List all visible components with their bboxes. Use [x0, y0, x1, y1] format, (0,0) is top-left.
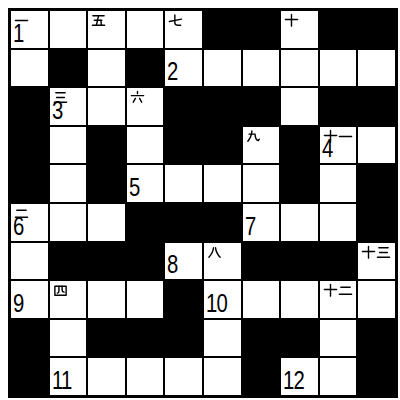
- block-cell-r4-c9: [358, 165, 395, 202]
- block-cell-r5-c3: [127, 204, 164, 241]
- letter-cell-r5-c8[interactable]: [320, 204, 357, 241]
- letter-cell-r7-c5[interactable]: 10: [204, 281, 241, 318]
- crossword-page: 123456789101112: [0, 0, 400, 400]
- letter-cell-r9-c7[interactable]: 12: [281, 358, 318, 395]
- letter-cell-r9-c8[interactable]: [320, 358, 357, 395]
- down-clue-kanji-marker: [168, 13, 183, 28]
- letter-cell-r1-c2[interactable]: [88, 50, 125, 87]
- block-cell-r8-c3: [127, 320, 164, 357]
- block-cell-r4-c7: [281, 165, 318, 202]
- letter-cell-r5-c1[interactable]: [50, 204, 87, 241]
- letter-cell-r7-c6[interactable]: [243, 281, 280, 318]
- block-cell-r3-c7: [281, 127, 318, 164]
- letter-cell-r5-c0[interactable]: 6: [11, 204, 48, 241]
- letter-cell-r4-c3[interactable]: 5: [127, 165, 164, 202]
- block-cell-r9-c0: [11, 358, 48, 395]
- letter-cell-r2-c3[interactable]: [127, 88, 164, 125]
- letter-cell-r4-c4[interactable]: [165, 165, 202, 202]
- letter-cell-r3-c1[interactable]: [50, 127, 87, 164]
- across-clue-number: 5: [129, 174, 140, 200]
- across-clue-number: 11: [52, 367, 72, 393]
- letter-cell-r5-c6[interactable]: 7: [243, 204, 280, 241]
- letter-cell-r1-c5[interactable]: [204, 50, 241, 87]
- letter-cell-r0-c3[interactable]: [127, 11, 164, 48]
- block-cell-r6-c7: [281, 243, 318, 280]
- letter-cell-r2-c1[interactable]: 3: [50, 88, 87, 125]
- letter-cell-r6-c5[interactable]: [204, 243, 241, 280]
- across-clue-number: 2: [167, 58, 178, 84]
- letter-cell-r4-c6[interactable]: [243, 165, 280, 202]
- letter-cell-r7-c3[interactable]: [127, 281, 164, 318]
- block-cell-r6-c8: [320, 243, 357, 280]
- block-cell-r3-c2: [88, 127, 125, 164]
- block-cell-r2-c5: [204, 88, 241, 125]
- block-cell-r5-c9: [358, 204, 395, 241]
- block-cell-r9-c6: [243, 358, 280, 395]
- letter-cell-r7-c0[interactable]: 9: [11, 281, 48, 318]
- block-cell-r6-c3: [127, 243, 164, 280]
- across-clue-number: 12: [283, 367, 304, 393]
- letter-cell-r7-c1[interactable]: [50, 281, 87, 318]
- block-cell-r1-c3: [127, 50, 164, 87]
- block-cell-r2-c4: [165, 88, 202, 125]
- letter-cell-r6-c9[interactable]: [358, 243, 395, 280]
- letter-cell-r1-c7[interactable]: [281, 50, 318, 87]
- block-cell-r3-c5: [204, 127, 241, 164]
- block-cell-r6-c6: [243, 243, 280, 280]
- letter-cell-r7-c7[interactable]: [281, 281, 318, 318]
- letter-cell-r4-c5[interactable]: [204, 165, 241, 202]
- across-clue-number: 3: [52, 97, 63, 123]
- block-cell-r8-c7: [281, 320, 318, 357]
- letter-cell-r5-c7[interactable]: [281, 204, 318, 241]
- across-clue-number: 4: [322, 135, 333, 161]
- letter-cell-r1-c8[interactable]: [320, 50, 357, 87]
- letter-cell-r7-c8[interactable]: [320, 281, 357, 318]
- letter-cell-r1-c4[interactable]: 2: [165, 50, 202, 87]
- block-cell-r8-c2: [88, 320, 125, 357]
- block-cell-r2-c0: [11, 88, 48, 125]
- block-cell-r0-c6: [243, 11, 280, 48]
- block-cell-r4-c2: [88, 165, 125, 202]
- block-cell-r6-c2: [88, 243, 125, 280]
- letter-cell-r3-c3[interactable]: [127, 127, 164, 164]
- letter-cell-r6-c4[interactable]: 8: [165, 243, 202, 280]
- letter-cell-r5-c2[interactable]: [88, 204, 125, 241]
- down-clue-kanji-marker: [130, 90, 145, 105]
- letter-cell-r9-c5[interactable]: [204, 358, 241, 395]
- letter-cell-r4-c8[interactable]: [320, 165, 357, 202]
- letter-cell-r3-c8[interactable]: 4: [320, 127, 357, 164]
- block-cell-r8-c0: [11, 320, 48, 357]
- across-clue-number: 1: [13, 20, 24, 46]
- block-cell-r6-c1: [50, 243, 87, 280]
- crossword-grid: 123456789101112: [8, 8, 398, 398]
- letter-cell-r0-c4[interactable]: [165, 11, 202, 48]
- down-clue-kanji-marker: [284, 13, 299, 28]
- block-cell-r1-c1: [50, 50, 87, 87]
- block-cell-r0-c8: [320, 11, 357, 48]
- letter-cell-r9-c1[interactable]: 11: [50, 358, 87, 395]
- block-cell-r4-c0: [11, 165, 48, 202]
- down-clue-kanji-marker: [91, 13, 106, 28]
- down-clue-kanji-marker: [53, 283, 68, 298]
- letter-cell-r8-c5[interactable]: [204, 320, 241, 357]
- block-cell-r3-c4: [165, 127, 202, 164]
- down-clue-kanji-marker: [207, 245, 222, 260]
- down-clue-kanji-marker: [323, 283, 353, 298]
- across-clue-number: 9: [13, 290, 24, 316]
- across-clue-number: 10: [206, 290, 227, 316]
- block-cell-r8-c4: [165, 320, 202, 357]
- letter-cell-r8-c8[interactable]: [320, 320, 357, 357]
- letter-cell-r7-c2[interactable]: [88, 281, 125, 318]
- letter-cell-r0-c1[interactable]: [50, 11, 87, 48]
- letter-cell-r3-c6[interactable]: [243, 127, 280, 164]
- block-cell-r8-c9: [358, 320, 395, 357]
- across-clue-number: 7: [245, 213, 256, 239]
- letter-cell-r7-c9[interactable]: [358, 281, 395, 318]
- letter-cell-r2-c2[interactable]: [88, 88, 125, 125]
- letter-cell-r1-c9[interactable]: [358, 50, 395, 87]
- letter-cell-r4-c1[interactable]: [50, 165, 87, 202]
- letter-cell-r0-c0[interactable]: 1: [11, 11, 48, 48]
- letter-cell-r1-c0[interactable]: [11, 50, 48, 87]
- letter-cell-r9-c4[interactable]: [165, 358, 202, 395]
- letter-cell-r0-c7[interactable]: [281, 11, 318, 48]
- block-cell-r0-c9: [358, 11, 395, 48]
- block-cell-r8-c6: [243, 320, 280, 357]
- across-clue-number: 6: [13, 213, 24, 239]
- letter-cell-r0-c2[interactable]: [88, 11, 125, 48]
- block-cell-r3-c0: [11, 127, 48, 164]
- letter-cell-r1-c6[interactable]: [243, 50, 280, 87]
- letter-cell-r6-c0[interactable]: [11, 243, 48, 280]
- down-clue-kanji-marker: [361, 245, 391, 260]
- letter-cell-r2-c7[interactable]: [281, 88, 318, 125]
- block-cell-r5-c5: [204, 204, 241, 241]
- block-cell-r2-c8: [320, 88, 357, 125]
- block-cell-r9-c9: [358, 358, 395, 395]
- block-cell-r2-c9: [358, 88, 395, 125]
- letter-cell-r8-c1[interactable]: [50, 320, 87, 357]
- down-clue-kanji-marker: [246, 129, 261, 144]
- block-cell-r7-c4: [165, 281, 202, 318]
- block-cell-r0-c5: [204, 11, 241, 48]
- block-cell-r2-c6: [243, 88, 280, 125]
- letter-cell-r3-c9[interactable]: [358, 127, 395, 164]
- block-cell-r5-c4: [165, 204, 202, 241]
- across-clue-number: 8: [167, 251, 178, 277]
- letter-cell-r9-c2[interactable]: [88, 358, 125, 395]
- letter-cell-r9-c3[interactable]: [127, 358, 164, 395]
